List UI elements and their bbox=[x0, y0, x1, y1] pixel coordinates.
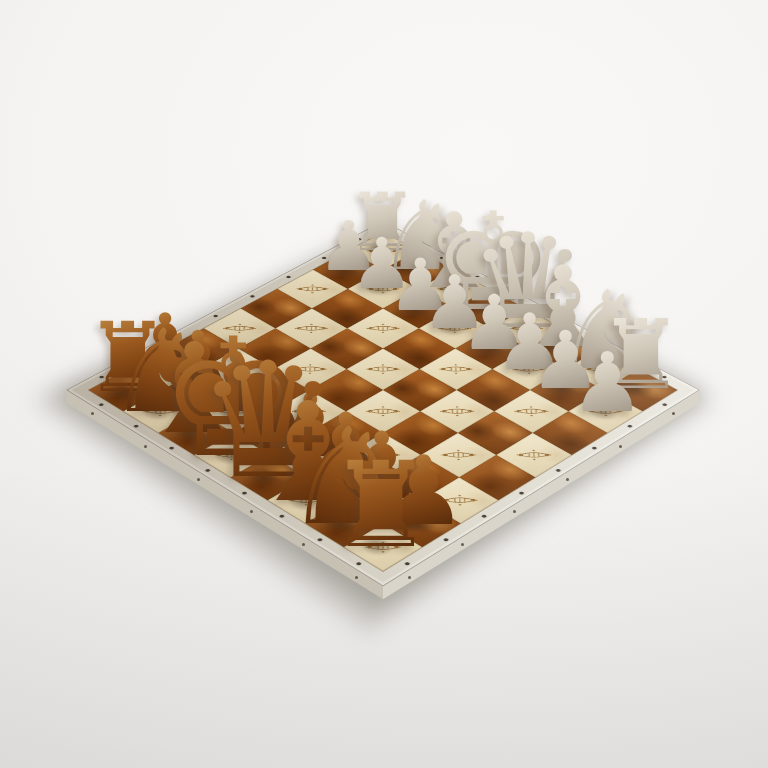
inlay-motif bbox=[514, 406, 549, 417]
inlay-motif bbox=[220, 364, 254, 375]
inlay-motif bbox=[366, 449, 401, 460]
photo-studio-backdrop: chess ♜♟♞♟♝♟♚♟♛♝♟♟♟♞♟♟♜♜♞♟♟♝♟♚♟♛♟♟♝♞♟♜ bbox=[0, 0, 768, 768]
inlay-motif bbox=[296, 284, 329, 294]
inlay-motif bbox=[439, 364, 473, 375]
inlay-motif bbox=[440, 406, 475, 417]
inlay-motif bbox=[366, 406, 400, 417]
inlay-motif bbox=[442, 494, 478, 506]
inlay-motif bbox=[366, 323, 399, 333]
inlay-motif bbox=[291, 406, 326, 417]
inlay-motif bbox=[293, 364, 327, 375]
inlay-motif bbox=[223, 323, 257, 333]
board-perspective-wrapper bbox=[159, 166, 607, 614]
chess-board bbox=[66, 221, 700, 586]
inlay-motif bbox=[516, 449, 552, 460]
inlay-motif bbox=[441, 449, 476, 460]
inlay-motif bbox=[295, 323, 328, 333]
board-playing-field bbox=[89, 232, 677, 571]
inlay-motif bbox=[366, 364, 400, 375]
